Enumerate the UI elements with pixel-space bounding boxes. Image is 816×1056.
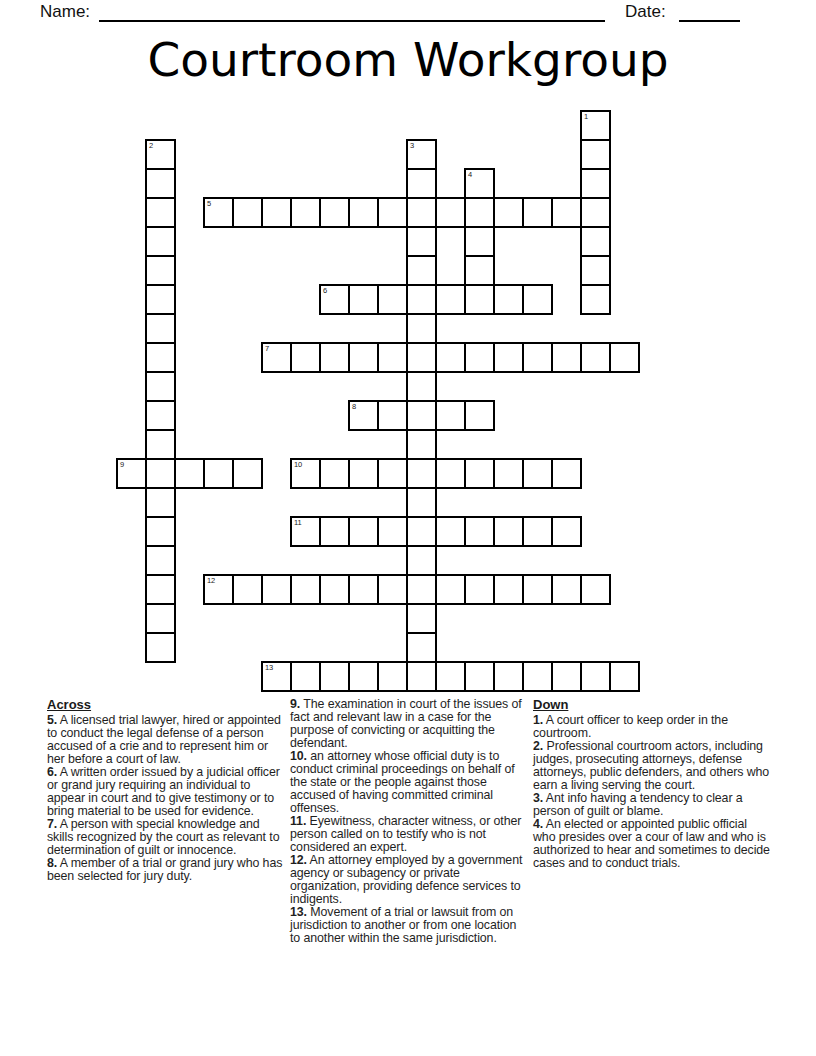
grid-cell[interactable]	[406, 313, 437, 344]
grid-cell[interactable]	[145, 313, 176, 344]
name-blank-line	[99, 1, 605, 22]
clue-number: 5.	[47, 713, 57, 727]
grid-cell[interactable]	[406, 168, 437, 199]
clue-number: 11.	[290, 814, 306, 828]
grid-cell[interactable]	[377, 197, 408, 228]
grid-cell[interactable]	[406, 226, 437, 257]
grid-cell[interactable]	[493, 661, 524, 692]
grid-cell[interactable]	[464, 226, 495, 257]
grid-cell[interactable]	[145, 226, 176, 257]
clue-column-across-2: 9. The examination in court of the issue…	[290, 698, 528, 945]
clue-number: 1.	[533, 713, 543, 727]
cell-number: 4	[468, 171, 472, 179]
grid-cell[interactable]	[145, 255, 176, 286]
grid-cell[interactable]	[580, 226, 611, 257]
grid-cell[interactable]	[348, 342, 379, 373]
grid-cell[interactable]	[377, 284, 408, 315]
date-label: Date:	[625, 2, 666, 22]
grid-cell[interactable]	[145, 429, 176, 460]
grid-cell[interactable]	[464, 284, 495, 315]
grid-cell[interactable]	[319, 458, 350, 489]
cell-number: 13	[265, 664, 273, 672]
clue-number: 13.	[290, 905, 307, 919]
grid-cell[interactable]	[551, 516, 582, 547]
cell-number: 5	[207, 200, 211, 208]
clue: 7. A person with special knowledge and s…	[47, 818, 285, 857]
clue-number: 3.	[533, 791, 543, 805]
grid-cell[interactable]	[319, 574, 350, 605]
clue: 5. A licensed trial lawyer, hired or app…	[47, 714, 285, 766]
grid-cell[interactable]	[551, 197, 582, 228]
grid-cell[interactable]	[145, 574, 176, 605]
clue: 12. An attorney employed by a government…	[290, 854, 528, 906]
grid-cell[interactable]	[145, 342, 176, 373]
grid-cell[interactable]	[522, 516, 553, 547]
clue-text: A member of a trial or grand jury who ha…	[47, 856, 282, 883]
clue-text: Movement of a trial or lawsuit from on j…	[290, 905, 516, 945]
clues-section: Across 5. A licensed trial lawyer, hired…	[47, 698, 771, 945]
grid-cell[interactable]	[348, 284, 379, 315]
grid-cell[interactable]	[464, 255, 495, 286]
grid-cell[interactable]: 5	[203, 197, 234, 228]
grid-cell[interactable]	[580, 661, 611, 692]
clue-number: 9.	[290, 697, 300, 711]
grid-cell[interactable]	[348, 458, 379, 489]
clue: 1. A court officer to keep order in the …	[533, 714, 771, 740]
grid-cell[interactable]	[377, 342, 408, 373]
grid-cell[interactable]	[522, 284, 553, 315]
grid-cell[interactable]	[145, 632, 176, 663]
clue-number: 10.	[290, 749, 307, 763]
grid-cell[interactable]	[319, 197, 350, 228]
grid-cell[interactable]: 9	[116, 458, 147, 489]
clue-text: Ant info having a tendency to clear a pe…	[533, 791, 743, 818]
grid-cell[interactable]	[551, 458, 582, 489]
grid-cell[interactable]	[435, 400, 466, 431]
grid-cell[interactable]	[551, 342, 582, 373]
grid-cell[interactable]	[261, 574, 292, 605]
grid-cell[interactable]	[464, 400, 495, 431]
grid-cell[interactable]	[348, 574, 379, 605]
grid-cell[interactable]	[377, 516, 408, 547]
clue: 10. an attorney whose official duty is t…	[290, 750, 528, 815]
grid-cell[interactable]: 7	[261, 342, 292, 373]
grid-cell[interactable]	[580, 139, 611, 170]
grid-cell[interactable]	[580, 342, 611, 373]
grid-cell[interactable]	[290, 574, 321, 605]
cell-number: 12	[207, 577, 215, 585]
grid-cell[interactable]	[406, 342, 437, 373]
clue-number: 8.	[47, 856, 57, 870]
grid-cell[interactable]	[145, 197, 176, 228]
grid-cell[interactable]: 11	[290, 516, 321, 547]
grid-cell[interactable]	[435, 458, 466, 489]
grid-cell[interactable]	[203, 458, 234, 489]
name-label: Name:	[40, 2, 90, 22]
clue: 3. Ant info having a tendency to clear a…	[533, 792, 771, 818]
clue-text: A person with special knowledge and skil…	[47, 817, 279, 857]
cell-number: 8	[352, 403, 356, 411]
grid-cell[interactable]	[290, 342, 321, 373]
grid-cell[interactable]	[145, 284, 176, 315]
grid-cell[interactable]	[609, 342, 640, 373]
grid-cell[interactable]	[522, 574, 553, 605]
grid-cell[interactable]	[435, 516, 466, 547]
grid-cell[interactable]	[464, 342, 495, 373]
grid-cell[interactable]	[406, 661, 437, 692]
grid-cell[interactable]	[493, 458, 524, 489]
grid-cell[interactable]	[464, 516, 495, 547]
grid-cell[interactable]	[493, 284, 524, 315]
grid-cell[interactable]	[348, 516, 379, 547]
grid-cell[interactable]	[290, 661, 321, 692]
grid-cell[interactable]	[580, 574, 611, 605]
clue-text: an attorney whose official duty is to co…	[290, 749, 515, 815]
clue-text: The examination in court of the issues o…	[290, 697, 522, 750]
clue-text: Professional courtroom actors, including…	[533, 739, 769, 792]
page-title: Courtroom Workgroup	[0, 32, 816, 88]
cell-number: 6	[323, 287, 327, 295]
grid-cell[interactable]: 1	[580, 110, 611, 141]
grid-cell[interactable]	[232, 458, 263, 489]
clue-text: An attorney employed by a government age…	[290, 853, 522, 906]
grid-cell[interactable]	[377, 574, 408, 605]
grid-cell[interactable]	[145, 603, 176, 634]
date-blank-line	[679, 1, 740, 22]
grid-cell[interactable]	[522, 197, 553, 228]
grid-cell[interactable]	[493, 197, 524, 228]
grid-cell[interactable]	[580, 197, 611, 228]
clue-number: 4.	[533, 817, 543, 831]
grid-cell[interactable]	[435, 342, 466, 373]
grid-cell[interactable]	[261, 197, 292, 228]
clue-number: 2.	[533, 739, 543, 753]
cell-number: 2	[149, 142, 153, 150]
grid-cell[interactable]	[348, 661, 379, 692]
grid-cell[interactable]	[406, 603, 437, 634]
grid-cell[interactable]: 12	[203, 574, 234, 605]
grid-cell[interactable]	[522, 661, 553, 692]
grid-cell[interactable]	[406, 400, 437, 431]
grid-cell[interactable]	[377, 400, 408, 431]
grid-cell[interactable]	[493, 574, 524, 605]
crossword-grid: 12345678910111213	[116, 110, 640, 692]
clue: 6. A written order issued by a judicial …	[47, 766, 285, 818]
clue: 13. Movement of a trial or lawsuit from …	[290, 906, 528, 945]
grid-cell[interactable]	[145, 516, 176, 547]
clue: 9. The examination in court of the issue…	[290, 698, 528, 750]
grid-cell[interactable]	[435, 574, 466, 605]
grid-cell[interactable]: 13	[261, 661, 292, 692]
grid-cell[interactable]	[406, 458, 437, 489]
grid-cell[interactable]	[522, 458, 553, 489]
grid-cell[interactable]	[406, 574, 437, 605]
grid-cell[interactable]	[348, 197, 379, 228]
grid-cell[interactable]	[464, 574, 495, 605]
grid-cell[interactable]: 2	[145, 139, 176, 170]
grid-cell[interactable]: 8	[348, 400, 379, 431]
grid-cell[interactable]	[377, 661, 408, 692]
cell-number: 7	[265, 345, 269, 353]
grid-cell[interactable]	[290, 197, 321, 228]
grid-cell[interactable]	[435, 284, 466, 315]
grid-cell[interactable]	[464, 197, 495, 228]
cell-number: 9	[120, 461, 124, 469]
grid-cell[interactable]	[406, 545, 437, 576]
cell-number: 1	[584, 113, 588, 121]
grid-cell[interactable]	[406, 255, 437, 286]
grid-cell[interactable]	[464, 458, 495, 489]
grid-cell[interactable]	[493, 342, 524, 373]
grid-cell[interactable]	[319, 516, 350, 547]
grid-cell[interactable]	[609, 661, 640, 692]
clue: 8. A member of a trial or grand jury who…	[47, 857, 285, 883]
grid-cell[interactable]: 3	[406, 139, 437, 170]
grid-cell[interactable]	[406, 284, 437, 315]
grid-cell[interactable]: 10	[290, 458, 321, 489]
clue: 2. Professional courtroom actors, includ…	[533, 740, 771, 792]
grid-cell[interactable]	[406, 487, 437, 518]
grid-cell[interactable]	[406, 371, 437, 402]
clue-column-across-1: Across 5. A licensed trial lawyer, hired…	[47, 698, 285, 945]
grid-cell[interactable]	[551, 661, 582, 692]
grid-cell[interactable]	[232, 574, 263, 605]
grid-cell[interactable]	[145, 371, 176, 402]
grid-cell[interactable]	[551, 574, 582, 605]
clue-number: 7.	[47, 817, 57, 831]
grid-cell[interactable]	[145, 545, 176, 576]
grid-cell[interactable]	[319, 661, 350, 692]
clue-number: 12.	[290, 853, 307, 867]
clue-text: Eyewitness, character witness, or other …	[290, 814, 521, 854]
grid-cell[interactable]	[145, 400, 176, 431]
grid-cell[interactable]	[406, 429, 437, 460]
grid-cell[interactable]	[319, 342, 350, 373]
grid-cell[interactable]	[464, 661, 495, 692]
grid-cell[interactable]	[377, 458, 408, 489]
cell-number: 3	[410, 142, 414, 150]
grid-cell[interactable]	[435, 197, 466, 228]
grid-cell[interactable]	[580, 168, 611, 199]
grid-cell[interactable]	[406, 516, 437, 547]
clue-text: A written order issued by a judicial off…	[47, 765, 280, 818]
clue-number: 6.	[47, 765, 57, 779]
grid-cell[interactable]: 6	[319, 284, 350, 315]
clue-text: A licensed trial lawyer, hired or appoin…	[47, 713, 281, 766]
cell-number: 11	[294, 519, 301, 527]
clue-text: A court officer to keep order in the cou…	[533, 713, 728, 740]
grid-cell[interactable]	[580, 255, 611, 286]
grid-cell[interactable]	[493, 516, 524, 547]
grid-cell[interactable]	[580, 284, 611, 315]
grid-cell[interactable]: 4	[464, 168, 495, 199]
clue-column-down: Down 1. A court officer to keep order in…	[533, 698, 771, 945]
grid-cell[interactable]	[145, 487, 176, 518]
grid-cell[interactable]	[145, 458, 176, 489]
grid-cell[interactable]	[406, 197, 437, 228]
grid-cell[interactable]	[174, 458, 205, 489]
clue: 4. An elected or appointed public offici…	[533, 818, 771, 870]
grid-cell[interactable]	[435, 661, 466, 692]
grid-cell[interactable]	[232, 197, 263, 228]
grid-cell[interactable]	[406, 632, 437, 663]
down-heading: Down	[533, 698, 771, 711]
clue: 11. Eyewitness, character witness, or ot…	[290, 815, 528, 854]
grid-cell[interactable]	[145, 168, 176, 199]
across-heading: Across	[47, 698, 285, 711]
grid-cell[interactable]	[522, 342, 553, 373]
clue-text: An elected or appointed public official …	[533, 817, 770, 870]
cell-number: 10	[294, 461, 302, 469]
